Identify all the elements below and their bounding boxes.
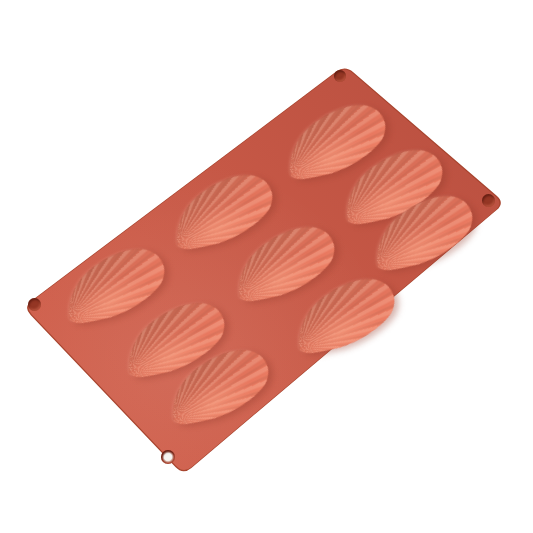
corner-hole-top xyxy=(334,70,346,82)
corner-hole-bottom xyxy=(161,450,175,464)
corner-hole-left xyxy=(28,298,41,311)
product-photo-scene xyxy=(0,0,533,533)
corner-hole-right xyxy=(482,194,495,207)
